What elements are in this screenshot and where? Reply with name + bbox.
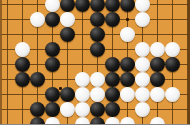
stone-white: [60, 102, 75, 117]
stone-white: [150, 87, 165, 102]
stone-black: [15, 72, 30, 87]
stone-black: [60, 27, 75, 42]
stone-black: [90, 102, 105, 117]
stone-white: [30, 12, 45, 27]
hoshi-point: [126, 18, 129, 21]
stone-white: [135, 57, 150, 72]
stone-white: [75, 117, 90, 125]
stone-black: [165, 57, 180, 72]
stone-black: [90, 27, 105, 42]
stone-white: [135, 87, 150, 102]
stone-white: [15, 42, 30, 57]
stone-black: [30, 72, 45, 87]
stone-black: [60, 87, 75, 102]
stone-white: [45, 117, 60, 125]
stone-black: [120, 57, 135, 72]
stone-white: [120, 117, 135, 125]
stone-black: [90, 0, 105, 12]
stone-white: [90, 72, 105, 87]
stone-black: [105, 72, 120, 87]
stone-white: [120, 27, 135, 42]
stone-white: [135, 102, 150, 117]
stone-white: [75, 72, 90, 87]
stone-black: [15, 57, 30, 72]
stone-black: [120, 0, 135, 12]
stone-white: [75, 87, 90, 102]
go-board-screenshot: [0, 0, 190, 124]
board-right-edge: [188, 0, 190, 124]
stone-white: [75, 102, 90, 117]
stone-black: [45, 102, 60, 117]
stone-black: [75, 0, 90, 12]
stone-black: [45, 12, 60, 27]
stone-white: [45, 0, 60, 12]
stone-black: [30, 102, 45, 117]
stone-black: [105, 57, 120, 72]
stone-black: [150, 72, 165, 87]
stone-white: [135, 72, 150, 87]
stone-white: [165, 87, 180, 102]
stone-black: [105, 87, 120, 102]
stone-black: [45, 87, 60, 102]
stone-black: [105, 102, 120, 117]
stone-black: [120, 72, 135, 87]
stone-white: [105, 117, 120, 125]
stone-white: [90, 87, 105, 102]
stone-white: [150, 117, 165, 125]
stone-white: [120, 87, 135, 102]
stone-white: [165, 42, 180, 57]
stone-black: [45, 42, 60, 57]
stone-black: [90, 117, 105, 125]
stone-white: [135, 0, 150, 12]
stone-white: [135, 42, 150, 57]
stone-black: [60, 0, 75, 12]
stone-black: [45, 57, 60, 72]
stone-black: [90, 12, 105, 27]
stone-black: [150, 57, 165, 72]
stone-white: [60, 12, 75, 27]
stone-black: [30, 117, 45, 125]
stone-black: [105, 12, 120, 27]
stone-black: [105, 0, 120, 12]
stone-black: [90, 42, 105, 57]
stone-white: [135, 12, 150, 27]
go-board[interactable]: [0, 0, 190, 124]
board-left-edge: [0, 0, 2, 124]
stone-white: [150, 42, 165, 57]
